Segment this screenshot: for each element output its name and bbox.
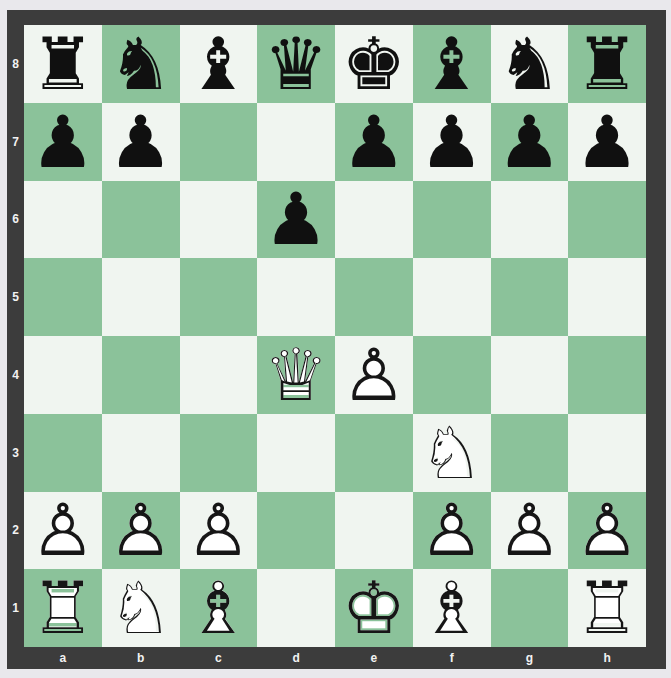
square-b8[interactable]: ♞ — [102, 25, 180, 103]
square-f4[interactable] — [413, 336, 491, 414]
piece-outline: ♙ — [568, 492, 646, 570]
white-queen[interactable]: ♛♕ — [257, 336, 335, 414]
square-e3[interactable] — [335, 414, 413, 492]
square-g7[interactable]: ♟ — [491, 103, 569, 181]
square-a6[interactable] — [24, 181, 102, 259]
white-rook[interactable]: ♜♖ — [24, 569, 102, 647]
piece-glyph: ♟ — [568, 103, 646, 181]
square-d6[interactable]: ♟ — [257, 181, 335, 259]
square-b2[interactable]: ♟♙ — [102, 492, 180, 570]
square-d1[interactable] — [257, 569, 335, 647]
square-c3[interactable] — [180, 414, 258, 492]
piece-outline: ♔ — [335, 569, 413, 647]
piece-glyph: ♟ — [491, 103, 569, 181]
white-knight[interactable]: ♞♘ — [102, 569, 180, 647]
black-king[interactable]: ♚ — [335, 25, 413, 103]
file-label-b: b — [102, 647, 180, 669]
white-bishop[interactable]: ♝♗ — [180, 569, 258, 647]
white-pawn[interactable]: ♟♙ — [491, 492, 569, 570]
square-c2[interactable]: ♟♙ — [180, 492, 258, 570]
square-f7[interactable]: ♟ — [413, 103, 491, 181]
rank-label-2: 2 — [7, 492, 24, 570]
black-pawn[interactable]: ♟ — [24, 103, 102, 181]
black-bishop[interactable]: ♝ — [180, 25, 258, 103]
black-pawn[interactable]: ♟ — [568, 103, 646, 181]
square-g6[interactable] — [491, 181, 569, 259]
square-g5[interactable] — [491, 258, 569, 336]
rank-label-3: 3 — [7, 414, 24, 492]
black-bishop[interactable]: ♝ — [413, 25, 491, 103]
white-pawn[interactable]: ♟♙ — [413, 492, 491, 570]
square-c1[interactable]: ♝♗ — [180, 569, 258, 647]
square-e5[interactable] — [335, 258, 413, 336]
black-queen[interactable]: ♛ — [257, 25, 335, 103]
piece-glyph: ♚ — [335, 25, 413, 103]
piece-outline: ♙ — [491, 492, 569, 570]
square-g3[interactable] — [491, 414, 569, 492]
square-f8[interactable]: ♝ — [413, 25, 491, 103]
piece-glyph: ♟ — [102, 103, 180, 181]
square-h8[interactable]: ♜ — [568, 25, 646, 103]
white-pawn[interactable]: ♟♙ — [568, 492, 646, 570]
square-h3[interactable] — [568, 414, 646, 492]
rank-label-7: 7 — [7, 103, 24, 181]
piece-glyph: ♜ — [24, 25, 102, 103]
rank-label-4: 4 — [7, 336, 24, 414]
black-pawn[interactable]: ♟ — [413, 103, 491, 181]
file-label-a: a — [24, 647, 102, 669]
square-e4[interactable]: ♟♙ — [335, 336, 413, 414]
piece-outline: ♘ — [413, 414, 491, 492]
square-a7[interactable]: ♟ — [24, 103, 102, 181]
piece-outline: ♕ — [257, 336, 335, 414]
piece-outline: ♗ — [180, 569, 258, 647]
square-a1[interactable]: ♜♖ — [24, 569, 102, 647]
square-c5[interactable] — [180, 258, 258, 336]
square-a5[interactable] — [24, 258, 102, 336]
piece-glyph: ♟ — [24, 103, 102, 181]
square-d5[interactable] — [257, 258, 335, 336]
square-f5[interactable] — [413, 258, 491, 336]
file-label-h: h — [568, 647, 646, 669]
square-f1[interactable]: ♝♗ — [413, 569, 491, 647]
file-label-d: d — [257, 647, 335, 669]
square-f6[interactable] — [413, 181, 491, 259]
black-pawn[interactable]: ♟ — [335, 103, 413, 181]
square-f3[interactable]: ♞♘ — [413, 414, 491, 492]
square-d3[interactable] — [257, 414, 335, 492]
black-knight[interactable]: ♞ — [491, 25, 569, 103]
white-king[interactable]: ♚♔ — [335, 569, 413, 647]
file-label-e: e — [335, 647, 413, 669]
square-d7[interactable] — [257, 103, 335, 181]
square-h4[interactable] — [568, 336, 646, 414]
square-e7[interactable]: ♟ — [335, 103, 413, 181]
black-knight[interactable]: ♞ — [102, 25, 180, 103]
square-g2[interactable]: ♟♙ — [491, 492, 569, 570]
piece-glyph: ♝ — [413, 25, 491, 103]
piece-outline: ♙ — [24, 492, 102, 570]
piece-outline: ♖ — [24, 569, 102, 647]
rank-label-5: 5 — [7, 258, 24, 336]
square-h6[interactable] — [568, 181, 646, 259]
piece-glyph: ♞ — [102, 25, 180, 103]
square-h1[interactable]: ♜♖ — [568, 569, 646, 647]
square-c8[interactable]: ♝ — [180, 25, 258, 103]
square-a4[interactable] — [24, 336, 102, 414]
square-e2[interactable] — [335, 492, 413, 570]
board-squares: ♜♞♝♛♚♝♞♜♟♟♟♟♟♟♟♛♕♟♙♞♘♟♙♟♙♟♙♟♙♟♙♟♙♜♖♞♘♝♗♚… — [24, 25, 646, 647]
square-g4[interactable] — [491, 336, 569, 414]
piece-glyph: ♝ — [180, 25, 258, 103]
white-pawn[interactable]: ♟♙ — [102, 492, 180, 570]
square-a3[interactable] — [24, 414, 102, 492]
square-b3[interactable] — [102, 414, 180, 492]
square-g1[interactable] — [491, 569, 569, 647]
square-c7[interactable] — [180, 103, 258, 181]
file-label-c: c — [180, 647, 258, 669]
black-pawn[interactable]: ♟ — [491, 103, 569, 181]
piece-outline: ♗ — [413, 569, 491, 647]
white-knight[interactable]: ♞♘ — [413, 414, 491, 492]
piece-outline: ♙ — [180, 492, 258, 570]
square-c4[interactable] — [180, 336, 258, 414]
rank-label-8: 8 — [7, 25, 24, 103]
square-f2[interactable]: ♟♙ — [413, 492, 491, 570]
black-rook[interactable]: ♜ — [24, 25, 102, 103]
white-pawn[interactable]: ♟♙ — [24, 492, 102, 570]
square-a8[interactable]: ♜ — [24, 25, 102, 103]
white-rook[interactable]: ♜♖ — [568, 569, 646, 647]
file-label-f: f — [413, 647, 491, 669]
white-pawn[interactable]: ♟♙ — [335, 336, 413, 414]
black-rook[interactable]: ♜ — [568, 25, 646, 103]
piece-outline: ♙ — [335, 336, 413, 414]
file-label-g: g — [491, 647, 569, 669]
piece-glyph: ♜ — [568, 25, 646, 103]
square-e6[interactable] — [335, 181, 413, 259]
rank-label-1: 1 — [7, 569, 24, 647]
black-pawn[interactable]: ♟ — [102, 103, 180, 181]
square-d2[interactable] — [257, 492, 335, 570]
chess-board: ♜♞♝♛♚♝♞♜♟♟♟♟♟♟♟♛♕♟♙♞♘♟♙♟♙♟♙♟♙♟♙♟♙♜♖♞♘♝♗♚… — [7, 10, 666, 669]
piece-glyph: ♟ — [335, 103, 413, 181]
square-e8[interactable]: ♚ — [335, 25, 413, 103]
square-d4[interactable]: ♛♕ — [257, 336, 335, 414]
square-b4[interactable] — [102, 336, 180, 414]
square-b7[interactable]: ♟ — [102, 103, 180, 181]
square-c6[interactable] — [180, 181, 258, 259]
piece-glyph: ♟ — [257, 181, 335, 259]
piece-outline: ♘ — [102, 569, 180, 647]
white-pawn[interactable]: ♟♙ — [180, 492, 258, 570]
piece-glyph: ♟ — [413, 103, 491, 181]
square-b1[interactable]: ♞♘ — [102, 569, 180, 647]
square-d8[interactable]: ♛ — [257, 25, 335, 103]
square-e1[interactable]: ♚♔ — [335, 569, 413, 647]
piece-outline: ♖ — [568, 569, 646, 647]
square-h5[interactable] — [568, 258, 646, 336]
piece-outline: ♙ — [413, 492, 491, 570]
square-a2[interactable]: ♟♙ — [24, 492, 102, 570]
square-h7[interactable]: ♟ — [568, 103, 646, 181]
square-b6[interactable] — [102, 181, 180, 259]
square-b5[interactable] — [102, 258, 180, 336]
white-bishop[interactable]: ♝♗ — [413, 569, 491, 647]
piece-outline: ♙ — [102, 492, 180, 570]
square-h2[interactable]: ♟♙ — [568, 492, 646, 570]
black-pawn[interactable]: ♟ — [257, 181, 335, 259]
piece-glyph: ♞ — [491, 25, 569, 103]
square-g8[interactable]: ♞ — [491, 25, 569, 103]
piece-glyph: ♛ — [257, 25, 335, 103]
rank-label-6: 6 — [7, 181, 24, 259]
